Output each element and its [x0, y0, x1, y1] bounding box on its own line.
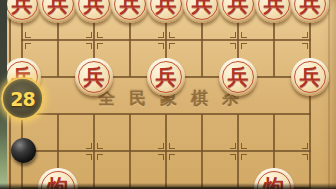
bottom-shadow [0, 183, 336, 189]
board-frame-line [328, 0, 330, 189]
point-marker [302, 143, 319, 160]
red-soldier-piece[interactable]: 兵 [39, 0, 77, 23]
point-marker [230, 143, 247, 160]
piece-character: 兵 [228, 67, 249, 88]
red-soldier-piece[interactable]: 兵 [291, 58, 329, 96]
red-soldier-piece[interactable]: 兵 [255, 0, 293, 23]
red-soldier-piece[interactable]: 兵 [147, 0, 185, 23]
grid-line [201, 114, 203, 189]
move-counter-badge: 28 [1, 77, 44, 120]
point-marker [14, 32, 31, 49]
piece-character: 兵 [156, 67, 177, 88]
point-marker [158, 32, 175, 49]
red-soldier-piece[interactable]: 兵 [183, 0, 221, 23]
red-soldier-piece[interactable]: 兵 [291, 0, 329, 23]
red-soldier-piece[interactable]: 兵 [75, 58, 113, 96]
red-soldier-piece[interactable]: 兵 [147, 58, 185, 96]
red-soldier-piece[interactable]: 兵 [219, 58, 257, 96]
red-soldier-piece[interactable]: 兵 [219, 0, 257, 23]
piece-character: 兵 [228, 0, 249, 15]
piece-character: 兵 [300, 67, 321, 88]
red-soldier-piece[interactable]: 兵 [111, 0, 149, 23]
red-soldier-piece[interactable]: 兵 [75, 0, 113, 23]
piece-character: 兵 [192, 0, 213, 15]
point-marker [158, 143, 175, 160]
grid-line [129, 114, 131, 189]
piece-character: 兵 [300, 0, 321, 15]
xiangqi-board[interactable]: 全民象棋杀 兵兵兵兵兵兵兵兵兵兵兵兵兵兵炮炮 [0, 0, 336, 189]
piece-character: 兵 [48, 0, 69, 15]
piece-character: 兵 [120, 0, 141, 15]
point-marker [302, 32, 319, 49]
piece-character: 兵 [156, 0, 177, 15]
piece-character: 兵 [12, 0, 33, 15]
point-marker [86, 143, 103, 160]
move-counter-value: 28 [10, 88, 34, 110]
point-marker [230, 32, 247, 49]
piece-character: 兵 [264, 0, 285, 15]
piece-character: 兵 [84, 0, 105, 15]
piece-character: 兵 [84, 67, 105, 88]
xiangqi-game-screenshot: 全民象棋杀 兵兵兵兵兵兵兵兵兵兵兵兵兵兵炮炮 28 [0, 0, 336, 189]
point-marker [86, 32, 103, 49]
black-stone-piece[interactable] [11, 138, 36, 163]
